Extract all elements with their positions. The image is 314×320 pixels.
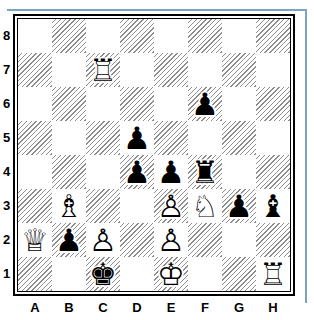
square-g5 bbox=[222, 121, 256, 155]
piece-black-bishop-h3: ♝ bbox=[256, 189, 290, 223]
square-d8 bbox=[120, 19, 154, 53]
square-f3: ♘ bbox=[188, 189, 222, 223]
piece-white-rook-h1: ♖ bbox=[256, 257, 290, 291]
piece-white-rook-c7: ♖ bbox=[86, 53, 120, 87]
file-label-b: B bbox=[52, 300, 86, 316]
piece-glyph: ♚ bbox=[89, 256, 117, 292]
square-a7 bbox=[18, 53, 52, 87]
chess-board: ♖♟♟♟♟♜♗♙♘♟♝♕♟♙♙♚♔♖ bbox=[18, 19, 290, 291]
square-h8 bbox=[256, 19, 290, 53]
square-e6 bbox=[154, 87, 188, 121]
square-d4: ♟ bbox=[120, 155, 154, 189]
piece-glyph: ♙ bbox=[157, 222, 185, 258]
square-b8 bbox=[52, 19, 86, 53]
rank-label-6: 6 bbox=[0, 87, 13, 121]
square-c1: ♚ bbox=[86, 257, 120, 291]
piece-glyph: ♜ bbox=[191, 154, 219, 190]
piece-glyph: ♗ bbox=[55, 188, 83, 224]
piece-black-pawn-b2: ♟ bbox=[52, 223, 86, 257]
square-b1 bbox=[52, 257, 86, 291]
rank-label-3: 3 bbox=[0, 189, 13, 223]
square-d2 bbox=[120, 223, 154, 257]
square-g2 bbox=[222, 223, 256, 257]
piece-black-pawn-d4: ♟ bbox=[120, 155, 154, 189]
square-a6 bbox=[18, 87, 52, 121]
square-b4 bbox=[52, 155, 86, 189]
square-a2: ♕ bbox=[18, 223, 52, 257]
square-f7 bbox=[188, 53, 222, 87]
square-f4: ♜ bbox=[188, 155, 222, 189]
piece-white-knight-f3: ♘ bbox=[188, 189, 222, 223]
piece-glyph: ♟ bbox=[55, 222, 83, 258]
square-c6 bbox=[86, 87, 120, 121]
file-label-a: A bbox=[18, 300, 52, 316]
square-f1 bbox=[188, 257, 222, 291]
square-d1 bbox=[120, 257, 154, 291]
piece-glyph: ♟ bbox=[123, 120, 151, 156]
piece-glyph: ♙ bbox=[157, 188, 185, 224]
square-e3: ♙ bbox=[154, 189, 188, 223]
piece-glyph: ♔ bbox=[157, 256, 185, 292]
square-c2: ♙ bbox=[86, 223, 120, 257]
piece-black-pawn-f6: ♟ bbox=[188, 87, 222, 121]
rank-label-5: 5 bbox=[0, 121, 13, 155]
piece-white-bishop-b3: ♗ bbox=[52, 189, 86, 223]
square-g1 bbox=[222, 257, 256, 291]
piece-black-pawn-d5: ♟ bbox=[120, 121, 154, 155]
square-d3 bbox=[120, 189, 154, 223]
square-b5 bbox=[52, 121, 86, 155]
rank-label-2: 2 bbox=[0, 223, 13, 257]
file-label-h: H bbox=[256, 300, 290, 316]
square-f2 bbox=[188, 223, 222, 257]
piece-glyph: ♟ bbox=[191, 86, 219, 122]
square-h2 bbox=[256, 223, 290, 257]
square-e2: ♙ bbox=[154, 223, 188, 257]
piece-black-pawn-e4: ♟ bbox=[154, 155, 188, 189]
square-a4 bbox=[18, 155, 52, 189]
board-border: ♖♟♟♟♟♜♗♙♘♟♝♕♟♙♙♚♔♖ bbox=[13, 14, 295, 296]
rank-label-7: 7 bbox=[0, 53, 13, 87]
piece-glyph: ♟ bbox=[157, 154, 185, 190]
square-c3 bbox=[86, 189, 120, 223]
square-g4 bbox=[222, 155, 256, 189]
square-c5 bbox=[86, 121, 120, 155]
square-f5 bbox=[188, 121, 222, 155]
square-h1: ♖ bbox=[256, 257, 290, 291]
square-d6 bbox=[120, 87, 154, 121]
piece-white-king-e1: ♔ bbox=[154, 257, 188, 291]
file-label-e: E bbox=[154, 300, 188, 316]
square-e5 bbox=[154, 121, 188, 155]
piece-glyph: ♝ bbox=[259, 188, 287, 224]
square-e7 bbox=[154, 53, 188, 87]
piece-glyph: ♕ bbox=[21, 222, 49, 258]
square-g7 bbox=[222, 53, 256, 87]
rank-label-4: 4 bbox=[0, 155, 13, 189]
square-h4 bbox=[256, 155, 290, 189]
square-g8 bbox=[222, 19, 256, 53]
square-d7 bbox=[120, 53, 154, 87]
square-g6 bbox=[222, 87, 256, 121]
square-h7 bbox=[256, 53, 290, 87]
chess-diagram: 87654321 ♖♟♟♟♟♜♗♙♘♟♝♕♟♙♙♚♔♖ ABCDEFGH bbox=[0, 0, 314, 320]
square-h5 bbox=[256, 121, 290, 155]
piece-black-king-c1: ♚ bbox=[86, 257, 120, 291]
rank-label-1: 1 bbox=[0, 257, 13, 291]
square-a8 bbox=[18, 19, 52, 53]
square-b7 bbox=[52, 53, 86, 87]
rank-labels: 87654321 bbox=[0, 19, 13, 291]
square-d5: ♟ bbox=[120, 121, 154, 155]
square-c8 bbox=[86, 19, 120, 53]
piece-black-rook-f4: ♜ bbox=[188, 155, 222, 189]
square-a1 bbox=[18, 257, 52, 291]
square-e8 bbox=[154, 19, 188, 53]
board-inner-border: ♖♟♟♟♟♜♗♙♘♟♝♕♟♙♙♚♔♖ bbox=[17, 18, 291, 292]
square-e1: ♔ bbox=[154, 257, 188, 291]
square-f8 bbox=[188, 19, 222, 53]
piece-white-queen-a2: ♕ bbox=[18, 223, 52, 257]
piece-glyph: ♘ bbox=[191, 188, 219, 224]
piece-white-pawn-e2: ♙ bbox=[154, 223, 188, 257]
piece-glyph: ♖ bbox=[89, 52, 117, 88]
square-h3: ♝ bbox=[256, 189, 290, 223]
square-c7: ♖ bbox=[86, 53, 120, 87]
piece-glyph: ♟ bbox=[123, 154, 151, 190]
piece-glyph: ♙ bbox=[89, 222, 117, 258]
square-c4 bbox=[86, 155, 120, 189]
piece-black-pawn-g3: ♟ bbox=[222, 189, 256, 223]
square-b6 bbox=[52, 87, 86, 121]
rank-label-8: 8 bbox=[0, 19, 13, 53]
square-a3 bbox=[18, 189, 52, 223]
square-a5 bbox=[18, 121, 52, 155]
square-b3: ♗ bbox=[52, 189, 86, 223]
square-e4: ♟ bbox=[154, 155, 188, 189]
square-b2: ♟ bbox=[52, 223, 86, 257]
piece-white-pawn-c2: ♙ bbox=[86, 223, 120, 257]
square-g3: ♟ bbox=[222, 189, 256, 223]
piece-glyph: ♖ bbox=[259, 256, 287, 292]
piece-white-pawn-e3: ♙ bbox=[154, 189, 188, 223]
square-h6 bbox=[256, 87, 290, 121]
square-f6: ♟ bbox=[188, 87, 222, 121]
file-label-f: F bbox=[188, 300, 222, 316]
piece-glyph: ♟ bbox=[225, 188, 253, 224]
file-labels: ABCDEFGH bbox=[18, 300, 290, 316]
file-label-d: D bbox=[120, 300, 154, 316]
file-label-g: G bbox=[222, 300, 256, 316]
file-label-c: C bbox=[86, 300, 120, 316]
